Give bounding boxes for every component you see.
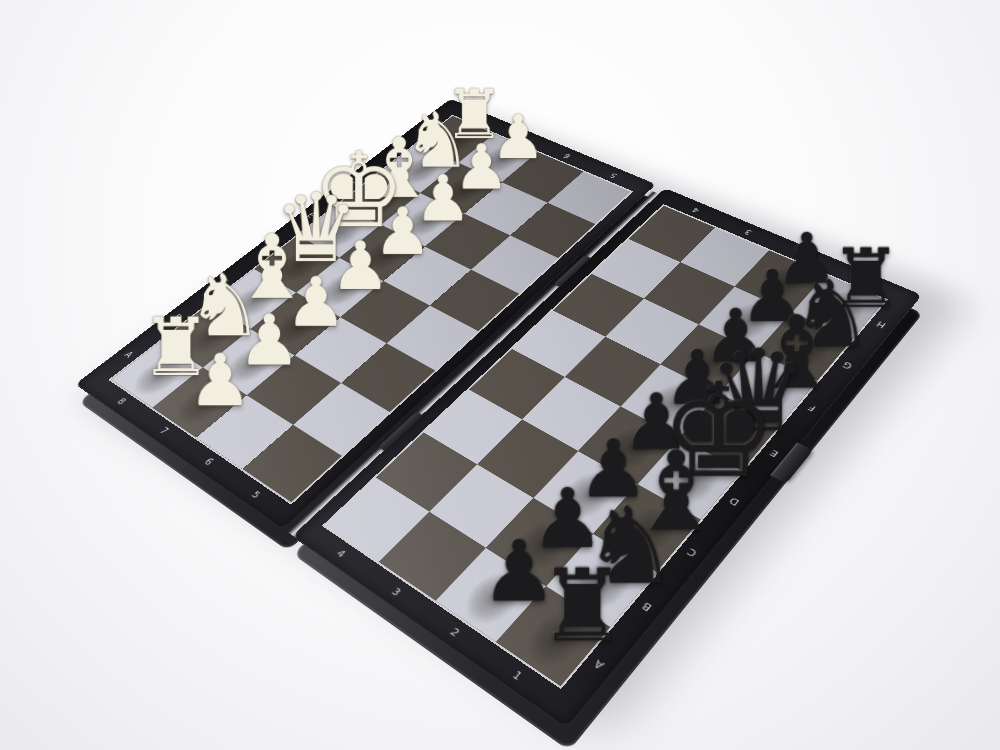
rank-label-5: 5 [249,489,262,500]
chess-set-scene: ♜♞♝♛♚♝♞♜♟♟♟♟♟♟♟♟ ABCDEFGH88776655 ♟♟♟♟♟♟… [167,0,823,687]
rank-label-7: 7 [158,426,171,436]
file-label-a: A [591,657,606,672]
rank-label-5: 5 [608,172,618,179]
rank-label-4: 4 [691,206,702,214]
piece-black-rook[interactable]: ♜ [538,559,628,654]
rank-label-3: 3 [743,228,754,236]
rank-label-1: 1 [510,668,525,682]
rank-label-6: 6 [202,457,215,468]
square-f5[interactable] [471,235,558,293]
rank-label-4: 4 [334,547,348,559]
file-label-c: C [685,546,699,559]
rank-label-3: 3 [389,585,403,598]
file-label-d: D [727,496,741,508]
file-label-g: G [841,360,854,370]
rank-label-8: 8 [115,397,128,407]
file-label-h: H [875,320,888,330]
file-label-b: B [639,600,654,614]
photo-background: ♜♞♝♛♚♝♞♜♟♟♟♟♟♟♟♟ ABCDEFGH88776655 ♟♟♟♟♟♟… [0,0,1000,750]
file-label-a: A [122,350,134,359]
folding-chess-board: ♜♞♝♛♚♝♞♜♟♟♟♟♟♟♟♟ ABCDEFGH88776655 ♟♟♟♟♟♟… [75,99,922,729]
rank-label-2: 2 [448,625,463,638]
piece-white-pawn[interactable]: ♟ [188,346,253,414]
rank-label-6: 6 [562,153,572,160]
